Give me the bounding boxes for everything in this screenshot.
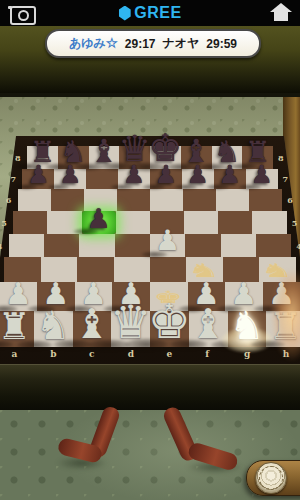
file-label-c: c [89, 349, 94, 359]
rank-label-left-4: 4 [0, 241, 2, 251]
file-label-d: d [128, 349, 134, 359]
square-a5[interactable] [13, 211, 47, 234]
square-e3[interactable] [150, 257, 186, 282]
home-icon[interactable] [270, 3, 292, 23]
rank-label-left-6: 6 [6, 195, 12, 205]
square-f4[interactable] [185, 234, 220, 257]
square-b6[interactable] [51, 189, 84, 211]
gree-logo: GREE [0, 0, 300, 26]
file-label-a: a [11, 349, 17, 359]
square-g4[interactable] [221, 234, 256, 257]
square-b4[interactable] [44, 234, 79, 257]
player1-name: あゆみ☆ [69, 35, 118, 52]
table-front-edge [0, 364, 300, 411]
player2-clock: 29:59 [206, 37, 237, 51]
piece-black-pawn-g7[interactable]: ♟ [217, 162, 242, 187]
piece-black-pawn-f7[interactable]: ♟ [185, 162, 210, 187]
square-f6[interactable] [183, 189, 216, 211]
medallion-icon [255, 462, 287, 494]
square-h6[interactable] [249, 189, 282, 211]
rank-label-right-5: 5 [292, 218, 298, 228]
square-d6[interactable] [117, 189, 150, 211]
hexagon-icon [118, 6, 131, 21]
square-h5[interactable] [252, 211, 286, 234]
piece-black-pawn-e7[interactable]: ♟ [153, 162, 178, 187]
file-label-e: e [166, 349, 172, 359]
square-g5[interactable] [218, 211, 252, 234]
square-c4[interactable] [79, 234, 114, 257]
square-a4[interactable] [9, 234, 44, 257]
wooden-tray-handle[interactable] [246, 460, 300, 496]
file-label-b: b [50, 349, 56, 359]
player2-name: ナオヤ [163, 35, 200, 52]
rank-label-right-4: 4 [296, 241, 300, 251]
piece-black-pawn-c5[interactable]: ♟ [85, 205, 112, 232]
rank-label-right-8: 8 [278, 153, 284, 163]
square-g6[interactable] [216, 189, 249, 211]
piece-black-pawn-h7[interactable]: ♟ [249, 162, 274, 187]
square-a6[interactable] [18, 189, 51, 211]
rank-label-left-8: 8 [15, 153, 21, 163]
rank-label-left-5: 5 [1, 218, 7, 228]
rank-label-right-7: 7 [283, 174, 289, 184]
game-screen: ♚♞♞1122334455667788abcdefgh♜♞♝♛♚♝♞♜♟♟♟♟♟… [0, 0, 300, 500]
home-roof [270, 3, 292, 12]
square-f5[interactable] [184, 211, 218, 234]
player1-clock: 29:17 [125, 37, 156, 51]
rank-label-left-7: 7 [10, 174, 16, 184]
piece-black-pawn-b7[interactable]: ♟ [58, 162, 83, 187]
players-clock-bar: あゆみ☆ 29:17 ナオヤ 29:59 [45, 29, 261, 58]
home-body [274, 12, 288, 21]
piece-black-pawn-d7[interactable]: ♟ [122, 162, 147, 187]
brand-title: GREE [134, 4, 181, 22]
app-bar: GREE [0, 0, 300, 26]
piece-black-pawn-a7[interactable]: ♟ [26, 162, 51, 187]
file-label-f: f [205, 349, 209, 359]
square-d5[interactable] [116, 211, 150, 234]
piece-white-pawn-e4[interactable]: ♟ [154, 227, 182, 255]
piece-white-king-e1[interactable]: ♚ [145, 297, 193, 345]
rank-label-right-6: 6 [287, 195, 293, 205]
square-e6[interactable] [150, 189, 183, 211]
square-h4[interactable] [256, 234, 291, 257]
piece-white-knight-g1[interactable]: ♞ [227, 306, 266, 345]
